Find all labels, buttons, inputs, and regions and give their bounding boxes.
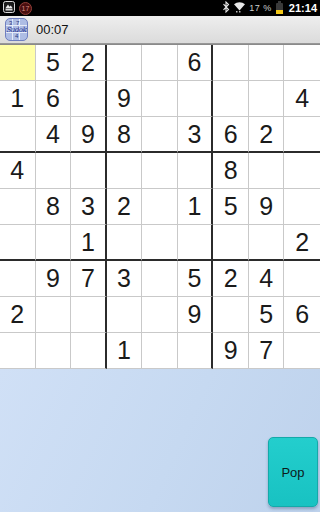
cell-r1c2[interactable]: 5 <box>36 45 72 81</box>
cell-r5c4[interactable]: 2 <box>107 189 143 225</box>
cell-r5c7[interactable]: 5 <box>213 189 249 225</box>
bluetooth-icon <box>222 0 230 17</box>
cell-r6c8[interactable] <box>249 225 285 261</box>
cell-r4c9[interactable] <box>284 153 320 189</box>
cell-r3c8[interactable]: 2 <box>249 117 285 153</box>
cell-r1c1[interactable] <box>0 45 36 81</box>
cell-r1c3[interactable]: 2 <box>71 45 107 81</box>
cell-r2c3[interactable] <box>71 81 107 117</box>
cell-r3c1[interactable] <box>0 117 36 153</box>
cell-r1c6[interactable]: 6 <box>178 45 214 81</box>
cell-r7c1[interactable] <box>0 261 36 297</box>
sudoku-board: 526169449836248832159129735242956197 <box>0 44 320 369</box>
cell-r3c9[interactable] <box>284 117 320 153</box>
cell-r9c5[interactable] <box>142 333 178 369</box>
cell-r6c1[interactable] <box>0 225 36 261</box>
cell-r9c2[interactable] <box>36 333 72 369</box>
cell-r2c4[interactable]: 9 <box>107 81 143 117</box>
footer-panel: Pop <box>0 369 320 512</box>
cell-r4c1[interactable]: 4 <box>0 153 36 189</box>
battery-level-fill <box>276 10 283 13</box>
cell-r4c5[interactable] <box>142 153 178 189</box>
screenshot-notification-icon <box>3 0 15 17</box>
sudoku-app-icon: 3 7 4 Sudoku <box>5 18 28 41</box>
cell-r8c7[interactable] <box>213 297 249 333</box>
cell-r4c6[interactable] <box>178 153 214 189</box>
cell-r2c7[interactable] <box>213 81 249 117</box>
cell-r7c9[interactable] <box>284 261 320 297</box>
status-bar-left: 17 <box>3 0 222 17</box>
status-bar-right: 17 % 21:14 <box>222 0 317 17</box>
cell-r1c4[interactable] <box>107 45 143 81</box>
cell-r6c3[interactable]: 1 <box>71 225 107 261</box>
cell-r8c4[interactable] <box>107 297 143 333</box>
cell-r8c6[interactable]: 9 <box>178 297 214 333</box>
status-bar: 17 17 % 21:14 <box>0 0 320 16</box>
cell-r2c6[interactable] <box>178 81 214 117</box>
cell-r2c9[interactable]: 4 <box>284 81 320 117</box>
cell-r1c9[interactable] <box>284 45 320 81</box>
cell-r3c6[interactable]: 3 <box>178 117 214 153</box>
cell-r9c7[interactable]: 9 <box>213 333 249 369</box>
cell-r7c4[interactable]: 3 <box>107 261 143 297</box>
cell-r8c5[interactable] <box>142 297 178 333</box>
cell-r9c6[interactable] <box>178 333 214 369</box>
app-icon-wordmark: Sudoku <box>6 26 27 34</box>
cell-r7c3[interactable]: 7 <box>71 261 107 297</box>
cell-r4c4[interactable] <box>107 153 143 189</box>
cell-r9c4[interactable]: 1 <box>107 333 143 369</box>
cell-r4c2[interactable] <box>36 153 72 189</box>
cell-r7c5[interactable] <box>142 261 178 297</box>
cell-r9c9[interactable] <box>284 333 320 369</box>
clock: 21:14 <box>289 2 317 14</box>
cell-r8c1[interactable]: 2 <box>0 297 36 333</box>
cell-r8c2[interactable] <box>36 297 72 333</box>
cell-r6c7[interactable] <box>213 225 249 261</box>
cell-r9c8[interactable]: 7 <box>249 333 285 369</box>
cell-r5c5[interactable] <box>142 189 178 225</box>
cell-r3c3[interactable]: 9 <box>71 117 107 153</box>
cell-r7c6[interactable]: 5 <box>178 261 214 297</box>
cell-r9c1[interactable] <box>0 333 36 369</box>
cell-r2c1[interactable]: 1 <box>0 81 36 117</box>
cell-r6c2[interactable] <box>36 225 72 261</box>
cell-r4c7[interactable]: 8 <box>213 153 249 189</box>
cell-r5c8[interactable]: 9 <box>249 189 285 225</box>
cell-r1c7[interactable] <box>213 45 249 81</box>
cell-r3c7[interactable]: 6 <box>213 117 249 153</box>
cell-r4c3[interactable] <box>71 153 107 189</box>
cell-r7c2[interactable]: 9 <box>36 261 72 297</box>
cell-r9c3[interactable] <box>71 333 107 369</box>
cell-r1c5[interactable] <box>142 45 178 81</box>
cell-r6c6[interactable] <box>178 225 214 261</box>
battery-icon <box>276 3 283 14</box>
cell-r7c7[interactable]: 2 <box>213 261 249 297</box>
cell-r6c5[interactable] <box>142 225 178 261</box>
cell-r6c9[interactable]: 2 <box>284 225 320 261</box>
cell-r8c9[interactable]: 6 <box>284 297 320 333</box>
screen: 17 17 % 21:14 3 7 <box>0 0 320 512</box>
cell-r2c2[interactable]: 6 <box>36 81 72 117</box>
cell-r2c8[interactable] <box>249 81 285 117</box>
cell-r5c1[interactable] <box>0 189 36 225</box>
cell-r3c5[interactable] <box>142 117 178 153</box>
cell-r7c8[interactable]: 4 <box>249 261 285 297</box>
battery-percent-label: 17 % <box>249 3 272 13</box>
battery-warning-badge: 17 <box>19 2 32 15</box>
cell-r5c3[interactable]: 3 <box>71 189 107 225</box>
cell-r6c4[interactable] <box>107 225 143 261</box>
cell-r3c2[interactable]: 4 <box>36 117 72 153</box>
cell-r5c2[interactable]: 8 <box>36 189 72 225</box>
cell-r4c8[interactable] <box>249 153 285 189</box>
cell-r2c5[interactable] <box>142 81 178 117</box>
wifi-icon <box>233 0 246 17</box>
cell-r5c6[interactable]: 1 <box>178 189 214 225</box>
cell-r3c4[interactable]: 8 <box>107 117 143 153</box>
game-timer: 00:07 <box>36 22 69 37</box>
cell-r8c3[interactable] <box>71 297 107 333</box>
pop-button[interactable]: Pop <box>268 437 318 507</box>
cell-r1c8[interactable] <box>249 45 285 81</box>
cell-r8c8[interactable]: 5 <box>249 297 285 333</box>
cell-r5c9[interactable] <box>284 189 320 225</box>
app-bar: 3 7 4 Sudoku 00:07 <box>0 16 320 44</box>
